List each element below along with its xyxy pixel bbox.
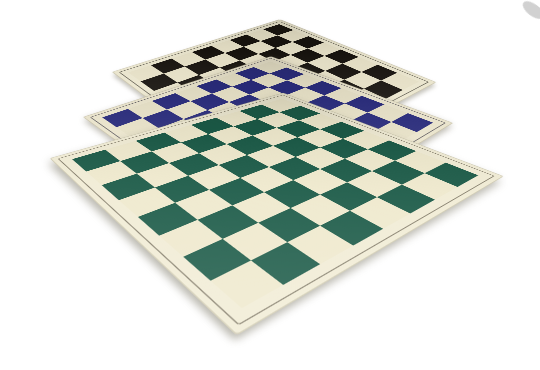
square <box>235 68 271 84</box>
square <box>217 125 261 150</box>
square <box>192 46 225 60</box>
square <box>159 220 222 257</box>
square <box>240 105 280 119</box>
square <box>261 35 292 47</box>
square <box>326 79 364 97</box>
square <box>192 84 230 103</box>
square <box>164 125 208 143</box>
square <box>230 85 269 104</box>
square <box>176 129 220 151</box>
square <box>167 101 207 118</box>
square <box>216 111 257 126</box>
square <box>227 136 273 155</box>
square <box>350 197 410 229</box>
square <box>242 115 285 138</box>
square <box>239 54 273 69</box>
square <box>277 30 308 42</box>
square <box>168 92 207 112</box>
square <box>291 49 325 63</box>
square <box>247 102 287 120</box>
square <box>325 50 359 64</box>
square <box>181 134 227 153</box>
board-grid-black <box>128 24 419 165</box>
square <box>342 57 377 72</box>
square <box>287 226 353 264</box>
square <box>199 144 247 165</box>
square <box>154 82 192 100</box>
square <box>344 72 381 89</box>
square <box>324 88 362 103</box>
square <box>220 129 264 151</box>
square <box>232 80 268 94</box>
square <box>372 161 425 185</box>
square <box>333 142 380 166</box>
square <box>183 102 224 123</box>
square <box>308 43 341 56</box>
square <box>155 176 209 203</box>
square <box>172 52 206 66</box>
square <box>263 24 293 35</box>
square <box>345 96 384 113</box>
square <box>196 79 232 93</box>
board-layer-blue <box>0 0 540 370</box>
square <box>252 74 287 88</box>
square <box>215 151 263 176</box>
square <box>102 174 155 201</box>
square <box>308 56 343 71</box>
square <box>320 159 372 183</box>
square <box>137 163 188 187</box>
square <box>307 87 346 106</box>
square <box>247 146 296 167</box>
square <box>267 95 306 111</box>
square <box>287 165 338 193</box>
product-photo-scene <box>0 0 540 370</box>
square <box>119 187 175 216</box>
square <box>288 78 326 96</box>
square <box>395 151 446 173</box>
square <box>391 113 433 132</box>
square <box>240 140 286 164</box>
square <box>237 164 287 192</box>
square <box>307 106 349 128</box>
square <box>263 152 311 178</box>
square <box>72 150 120 172</box>
square <box>217 73 252 87</box>
square <box>243 41 275 54</box>
square <box>149 139 195 162</box>
square <box>184 110 225 129</box>
square <box>330 121 373 141</box>
square <box>287 103 327 121</box>
square <box>117 118 159 138</box>
square <box>225 47 258 61</box>
square <box>251 77 288 95</box>
square <box>277 120 321 137</box>
square <box>211 260 284 308</box>
square <box>183 239 251 281</box>
square <box>220 60 255 75</box>
square <box>102 109 143 127</box>
square <box>297 129 343 147</box>
lighting-sheen <box>83 56 453 243</box>
square <box>320 182 377 210</box>
square <box>253 62 286 74</box>
square <box>287 121 330 141</box>
square <box>190 94 228 110</box>
square <box>232 191 287 224</box>
square <box>177 75 214 92</box>
square <box>208 177 260 207</box>
square <box>128 101 167 118</box>
square <box>207 93 247 113</box>
square <box>354 132 399 154</box>
square <box>320 211 383 246</box>
square <box>402 173 458 199</box>
square <box>307 71 344 88</box>
square <box>320 122 364 139</box>
square <box>240 167 293 192</box>
square <box>86 161 137 185</box>
square <box>188 165 240 190</box>
square <box>264 180 320 208</box>
square <box>159 119 201 139</box>
square <box>309 131 354 153</box>
board-layer-green <box>0 0 540 370</box>
square <box>327 97 368 117</box>
square <box>175 190 232 220</box>
square <box>207 102 247 119</box>
square <box>167 150 215 175</box>
square <box>257 112 299 128</box>
square <box>361 65 397 81</box>
square <box>325 64 361 80</box>
square <box>343 131 389 150</box>
square <box>307 112 349 131</box>
square <box>152 93 190 109</box>
square <box>206 53 240 67</box>
square <box>273 55 307 70</box>
chessboard-green <box>50 93 504 336</box>
square <box>425 163 479 187</box>
square <box>287 141 334 165</box>
square <box>249 87 286 102</box>
square <box>367 104 408 122</box>
square <box>151 58 185 73</box>
square <box>345 149 395 171</box>
square <box>169 153 219 176</box>
square <box>271 70 307 87</box>
square <box>141 74 177 91</box>
square <box>163 66 199 82</box>
square <box>306 95 345 111</box>
square <box>236 67 270 80</box>
square <box>230 34 261 46</box>
lighting-sheen <box>112 19 437 179</box>
board-border-line <box>90 58 445 236</box>
square <box>143 109 184 128</box>
square <box>381 73 418 90</box>
square <box>244 120 287 140</box>
square <box>293 169 347 195</box>
square <box>280 106 321 121</box>
board-grid-blue <box>102 62 433 225</box>
square <box>209 178 264 205</box>
square <box>198 205 259 239</box>
square <box>287 88 325 103</box>
square <box>299 113 341 129</box>
square <box>194 139 240 162</box>
board-layer-black <box>0 0 540 370</box>
square <box>253 128 298 146</box>
square <box>258 208 320 242</box>
square <box>311 153 360 179</box>
square <box>368 140 416 160</box>
square <box>187 163 237 191</box>
square <box>270 68 304 81</box>
square <box>290 63 326 79</box>
square <box>234 119 277 136</box>
square <box>269 157 320 180</box>
square <box>208 126 252 144</box>
square <box>225 111 266 130</box>
chessboard-black <box>112 19 437 179</box>
square <box>285 116 328 139</box>
square <box>373 122 417 143</box>
square <box>211 40 243 53</box>
square <box>212 87 249 102</box>
chessboard-blue <box>83 56 453 243</box>
square <box>232 192 290 223</box>
lighting-sheen <box>50 93 504 336</box>
square <box>199 113 242 136</box>
square <box>223 223 288 261</box>
square <box>261 99 300 113</box>
square <box>128 65 163 81</box>
square <box>273 137 320 157</box>
square <box>269 80 305 94</box>
square <box>136 133 181 152</box>
square <box>105 141 152 161</box>
square <box>255 61 290 77</box>
square <box>346 89 386 108</box>
square <box>201 119 244 139</box>
square <box>120 151 169 173</box>
square <box>364 81 403 99</box>
square <box>287 96 327 116</box>
square <box>247 29 278 41</box>
square <box>287 74 322 88</box>
square <box>327 104 367 122</box>
square <box>347 171 402 197</box>
square <box>132 128 176 149</box>
square <box>292 36 324 48</box>
square <box>224 104 265 125</box>
square <box>377 185 435 214</box>
square <box>266 111 307 130</box>
square <box>199 67 235 83</box>
square <box>185 59 220 74</box>
square <box>320 139 368 159</box>
square <box>264 130 309 152</box>
square <box>214 76 251 93</box>
square <box>191 118 233 134</box>
board-grid-green <box>72 99 478 309</box>
square <box>296 148 345 169</box>
square <box>138 203 198 236</box>
photo-corner-artifact <box>520 0 540 22</box>
board-border-line <box>58 95 494 325</box>
square <box>291 195 350 226</box>
board-border-line <box>118 21 430 173</box>
square <box>262 127 307 152</box>
square <box>247 95 287 115</box>
square <box>261 178 314 208</box>
square <box>268 86 307 105</box>
square <box>305 81 341 96</box>
square <box>229 94 268 110</box>
square <box>251 242 320 285</box>
square <box>237 138 283 165</box>
square <box>349 112 391 131</box>
square <box>265 105 307 127</box>
square <box>276 42 308 55</box>
square <box>152 142 199 163</box>
square <box>258 48 291 62</box>
square <box>219 155 269 178</box>
square <box>175 86 212 101</box>
